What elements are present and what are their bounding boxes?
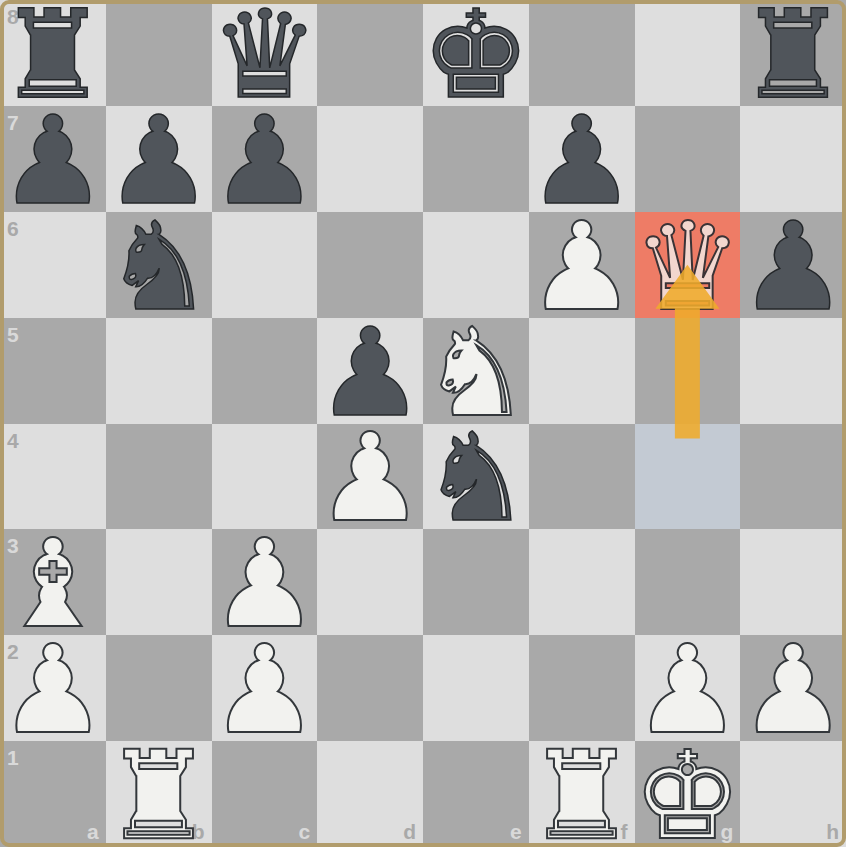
file-label-a: a — [87, 821, 99, 842]
square-e1[interactable]: e — [423, 741, 529, 847]
square-b1[interactable]: b♜ — [106, 741, 212, 847]
square-d1[interactable]: d — [317, 741, 423, 847]
square-h6[interactable]: ♟ — [740, 212, 846, 318]
square-h5[interactable] — [740, 318, 846, 424]
white-queen-g6[interactable]: ♛ — [635, 214, 741, 320]
square-a5[interactable]: 5 — [0, 318, 106, 424]
square-h4[interactable] — [740, 424, 846, 530]
square-g6[interactable]: ♛ — [635, 212, 741, 318]
white-pawn-h2[interactable]: ♟ — [740, 637, 846, 743]
square-a1[interactable]: 1a — [0, 741, 106, 847]
square-b4[interactable] — [106, 424, 212, 530]
square-b6[interactable]: ♞ — [106, 212, 212, 318]
rank-label-4: 4 — [7, 430, 19, 451]
white-pawn-a2[interactable]: ♟ — [0, 637, 106, 743]
square-g5[interactable] — [635, 318, 741, 424]
square-e7[interactable] — [423, 106, 529, 212]
white-pawn-d4[interactable]: ♟ — [317, 426, 423, 532]
rank-label-6: 6 — [7, 218, 19, 239]
black-rook-h8[interactable]: ♜ — [740, 2, 846, 108]
square-h8[interactable]: ♜ — [740, 0, 846, 106]
black-pawn-c7[interactable]: ♟ — [212, 108, 318, 214]
square-h2[interactable]: ♟ — [740, 635, 846, 741]
square-g1[interactable]: g♚ — [635, 741, 741, 847]
square-b3[interactable] — [106, 529, 212, 635]
square-d7[interactable] — [317, 106, 423, 212]
black-pawn-h6[interactable]: ♟ — [740, 214, 846, 320]
square-g8[interactable] — [635, 0, 741, 106]
square-e2[interactable] — [423, 635, 529, 741]
square-c1[interactable]: c — [212, 741, 318, 847]
rank-label-5: 5 — [7, 324, 19, 345]
square-e3[interactable] — [423, 529, 529, 635]
white-king-g1[interactable]: ♚ — [635, 743, 741, 847]
square-c6[interactable] — [212, 212, 318, 318]
white-rook-f1[interactable]: ♜ — [529, 743, 635, 847]
chess-app-window: 8♜♛♚♜7♟♟♟♟6♞♟♛♟5♟♞4♟♞3♝♟2♟♟♟♟1ab♜cdef♜g♚… — [0, 0, 846, 847]
black-knight-e4[interactable]: ♞ — [423, 426, 529, 532]
square-a6[interactable]: 6 — [0, 212, 106, 318]
square-g4[interactable] — [635, 424, 741, 530]
square-e8[interactable]: ♚ — [423, 0, 529, 106]
square-b5[interactable] — [106, 318, 212, 424]
file-label-e: e — [510, 821, 522, 842]
square-d2[interactable] — [317, 635, 423, 741]
square-a7[interactable]: 7♟ — [0, 106, 106, 212]
rank-label-1: 1 — [7, 747, 19, 768]
square-h1[interactable]: h — [740, 741, 846, 847]
file-label-d: d — [403, 821, 416, 842]
file-label-c: c — [299, 821, 311, 842]
square-f1[interactable]: f♜ — [529, 741, 635, 847]
white-rook-b1[interactable]: ♜ — [106, 743, 212, 847]
square-d8[interactable] — [317, 0, 423, 106]
square-c2[interactable]: ♟ — [212, 635, 318, 741]
square-a2[interactable]: 2♟ — [0, 635, 106, 741]
square-f4[interactable] — [529, 424, 635, 530]
file-label-h: h — [826, 821, 839, 842]
square-f3[interactable] — [529, 529, 635, 635]
black-knight-b6[interactable]: ♞ — [106, 214, 212, 320]
square-f5[interactable] — [529, 318, 635, 424]
white-pawn-f6[interactable]: ♟ — [529, 214, 635, 320]
black-pawn-a7[interactable]: ♟ — [0, 108, 106, 214]
square-c5[interactable] — [212, 318, 318, 424]
black-king-e8[interactable]: ♚ — [423, 2, 529, 108]
square-d4[interactable]: ♟ — [317, 424, 423, 530]
white-pawn-c2[interactable]: ♟ — [212, 637, 318, 743]
chess-board: 8♜♛♚♜7♟♟♟♟6♞♟♛♟5♟♞4♟♞3♝♟2♟♟♟♟1ab♜cdef♜g♚… — [0, 0, 846, 847]
square-d3[interactable] — [317, 529, 423, 635]
square-f6[interactable]: ♟ — [529, 212, 635, 318]
square-e4[interactable]: ♞ — [423, 424, 529, 530]
square-c7[interactable]: ♟ — [212, 106, 318, 212]
